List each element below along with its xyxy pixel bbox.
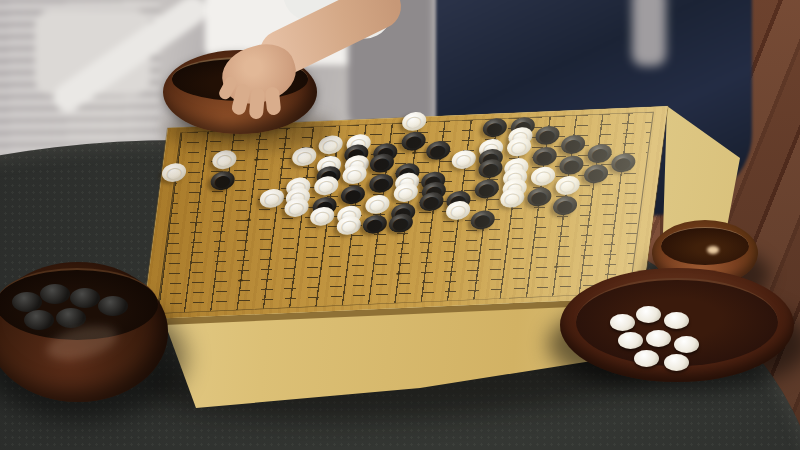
go-match-scene: ○●●○○●○●○○●●●○○●○○○●○●●●●●○●●○●●○○●○●○○●… <box>0 0 800 450</box>
finger <box>249 87 266 119</box>
finger <box>265 86 282 115</box>
reaching-arm <box>0 0 800 450</box>
